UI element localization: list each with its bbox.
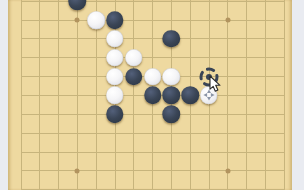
intersection-c4-r13[interactable] [68,180,87,190]
intersection-c5-r10[interactable] [87,124,106,143]
intersection-c9-r5[interactable] [162,30,181,49]
intersection-c1-r5[interactable] [12,30,31,49]
intersection-c5-r9[interactable] [87,105,106,124]
intersection-c13-r4[interactable] [237,11,256,30]
intersection-c13-r6[interactable] [237,48,256,67]
intersection-c12-r4[interactable] [218,11,237,30]
intersection-c8-r3[interactable] [143,0,162,11]
intersection-c8-r4[interactable] [143,11,162,30]
intersection-c10-r8[interactable] [181,86,200,105]
intersection-c13-r8[interactable] [237,86,256,105]
intersection-c1-r12[interactable] [12,161,31,180]
intersection-c3-r10[interactable] [49,124,68,143]
intersection-c4-r9[interactable] [68,105,87,124]
intersection-c11-r10[interactable] [200,124,219,143]
intersection-c13-r13[interactable] [237,180,256,190]
black-stone [163,87,181,105]
intersection-c6-r4[interactable] [106,11,125,30]
black-stone [163,30,181,48]
intersection-c2-r8[interactable] [30,86,49,105]
intersection-c7-r11[interactable] [124,143,143,162]
intersection-c10-r11[interactable] [181,143,200,162]
intersection-c9-r9[interactable] [162,105,181,124]
intersection-c13-r3[interactable] [237,0,256,11]
intersection-c9-r13[interactable] [162,180,181,190]
intersection-c15-r11[interactable] [275,143,294,162]
intersection-c4-r6[interactable] [68,48,87,67]
intersection-c1-r4[interactable] [12,11,31,30]
intersection-c2-r3[interactable] [30,0,49,11]
intersection-c4-r4[interactable] [68,11,87,30]
intersection-c2-r12[interactable] [30,161,49,180]
intersection-c7-r9[interactable] [124,105,143,124]
intersection-c3-r9[interactable] [49,105,68,124]
intersection-c15-r5[interactable] [275,30,294,49]
mouse-cursor-icon [209,75,223,93]
intersection-c15-r4[interactable] [275,11,294,30]
intersection-c9-r7[interactable] [162,67,181,86]
intersection-c2-r10[interactable] [30,124,49,143]
white-stone [106,30,124,48]
black-stone [106,11,124,29]
intersection-c7-r6[interactable] [124,48,143,67]
intersection-c14-r4[interactable] [256,11,275,30]
intersection-c1-r3[interactable] [12,0,31,11]
stones-layer [12,0,294,190]
intersection-c8-r10[interactable] [143,124,162,143]
white-stone [87,11,105,29]
intersection-c2-r11[interactable] [30,143,49,162]
intersection-c7-r7[interactable] [124,67,143,86]
intersection-c7-r10[interactable] [124,124,143,143]
intersection-c9-r6[interactable] [162,48,181,67]
intersection-c11-r5[interactable] [200,30,219,49]
intersection-c9-r11[interactable] [162,143,181,162]
white-stone [106,87,124,105]
intersection-c15-r7[interactable] [275,67,294,86]
black-stone [181,87,199,105]
intersection-c11-r13[interactable] [200,180,219,190]
intersection-c13-r9[interactable] [237,105,256,124]
intersection-c4-r10[interactable] [68,124,87,143]
intersection-c12-r13[interactable] [218,180,237,190]
intersection-c3-r5[interactable] [49,30,68,49]
intersection-c14-r8[interactable] [256,86,275,105]
intersection-c9-r4[interactable] [162,11,181,30]
intersection-c14-r7[interactable] [256,67,275,86]
intersection-c6-r7[interactable] [106,67,125,86]
intersection-c7-r3[interactable] [124,0,143,11]
intersection-c7-r13[interactable] [124,180,143,190]
intersection-c14-r5[interactable] [256,30,275,49]
intersection-c6-r6[interactable] [106,48,125,67]
intersection-c3-r4[interactable] [49,11,68,30]
intersection-c7-r12[interactable] [124,161,143,180]
intersection-c10-r10[interactable] [181,124,200,143]
intersection-c12-r10[interactable] [218,124,237,143]
intersection-c10-r13[interactable] [181,180,200,190]
intersection-c1-r8[interactable] [12,86,31,105]
intersection-c5-r3[interactable] [87,0,106,11]
intersection-c12-r3[interactable] [218,0,237,11]
intersection-c8-r11[interactable] [143,143,162,162]
intersection-c15-r12[interactable] [275,161,294,180]
intersection-c14-r6[interactable] [256,48,275,67]
intersection-c11-r9[interactable] [200,105,219,124]
black-stone [106,106,124,124]
intersection-c2-r7[interactable] [30,67,49,86]
white-stone [125,49,143,67]
intersection-c13-r10[interactable] [237,124,256,143]
intersection-c3-r6[interactable] [49,48,68,67]
intersection-c3-r8[interactable] [49,86,68,105]
intersection-c1-r10[interactable] [12,124,31,143]
intersection-c6-r12[interactable] [106,161,125,180]
intersection-c15-r8[interactable] [275,86,294,105]
intersection-c14-r13[interactable] [256,180,275,190]
intersection-c9-r8[interactable] [162,86,181,105]
intersection-c8-r12[interactable] [143,161,162,180]
intersection-c4-r8[interactable] [68,86,87,105]
intersection-c4-r7[interactable] [68,67,87,86]
intersection-c4-r12[interactable] [68,161,87,180]
intersection-c12-r5[interactable] [218,30,237,49]
intersection-c3-r11[interactable] [49,143,68,162]
intersection-c1-r13[interactable] [12,180,31,190]
white-stone [144,68,162,86]
intersection-c8-r9[interactable] [143,105,162,124]
intersection-c5-r5[interactable] [87,30,106,49]
gomoku-app [0,0,304,190]
intersection-c15-r10[interactable] [275,124,294,143]
intersection-c6-r9[interactable] [106,105,125,124]
white-stone [106,68,124,86]
intersection-c10-r4[interactable] [181,11,200,30]
intersection-c1-r11[interactable] [12,143,31,162]
intersection-c3-r3[interactable] [49,0,68,11]
intersection-c10-r9[interactable] [181,105,200,124]
intersection-c14-r12[interactable] [256,161,275,180]
intersection-c8-r6[interactable] [143,48,162,67]
black-stone [163,106,181,124]
intersection-c5-r12[interactable] [87,161,106,180]
intersection-c5-r11[interactable] [87,143,106,162]
intersection-c1-r6[interactable] [12,48,31,67]
black-stone [144,87,162,105]
intersection-c12-r6[interactable] [218,48,237,67]
intersection-c14-r11[interactable] [256,143,275,162]
intersection-c3-r7[interactable] [49,67,68,86]
intersection-c15-r3[interactable] [275,0,294,11]
intersection-c6-r3[interactable] [106,0,125,11]
intersection-c5-r6[interactable] [87,48,106,67]
intersection-c15-r13[interactable] [275,180,294,190]
intersection-c11-r3[interactable] [200,0,219,11]
intersection-c14-r9[interactable] [256,105,275,124]
intersection-c3-r13[interactable] [49,180,68,190]
intersection-c8-r13[interactable] [143,180,162,190]
intersection-c14-r3[interactable] [256,0,275,11]
intersection-c13-r5[interactable] [237,30,256,49]
intersection-c5-r7[interactable] [87,67,106,86]
intersection-c13-r12[interactable] [237,161,256,180]
intersection-c6-r8[interactable] [106,86,125,105]
intersection-c4-r11[interactable] [68,143,87,162]
intersection-c7-r4[interactable] [124,11,143,30]
intersection-c12-r11[interactable] [218,143,237,162]
intersection-c5-r8[interactable] [87,86,106,105]
intersection-c15-r9[interactable] [275,105,294,124]
intersection-c5-r4[interactable] [87,11,106,30]
intersection-c2-r4[interactable] [30,11,49,30]
black-stone [69,0,87,10]
intersection-c11-r4[interactable] [200,11,219,30]
intersection-c9-r10[interactable] [162,124,181,143]
intersection-c7-r8[interactable] [124,86,143,105]
intersection-c2-r13[interactable] [30,180,49,190]
intersection-c10-r5[interactable] [181,30,200,49]
intersection-c13-r11[interactable] [237,143,256,162]
white-stone [106,49,124,67]
intersection-c9-r3[interactable] [162,0,181,11]
intersection-c6-r5[interactable] [106,30,125,49]
intersection-c3-r12[interactable] [49,161,68,180]
intersection-c8-r8[interactable] [143,86,162,105]
intersection-c13-r7[interactable] [237,67,256,86]
intersection-c14-r10[interactable] [256,124,275,143]
intersection-c8-r5[interactable] [143,30,162,49]
white-stone [163,68,181,86]
intersection-c1-r9[interactable] [12,105,31,124]
intersection-c4-r5[interactable] [68,30,87,49]
intersection-c11-r11[interactable] [200,143,219,162]
intersection-c8-r7[interactable] [143,67,162,86]
intersection-c12-r12[interactable] [218,161,237,180]
intersection-c2-r6[interactable] [30,48,49,67]
intersection-c2-r5[interactable] [30,30,49,49]
intersection-c12-r9[interactable] [218,105,237,124]
intersection-c6-r11[interactable] [106,143,125,162]
black-stone [125,68,143,86]
intersection-c1-r7[interactable] [12,67,31,86]
intersection-c7-r5[interactable] [124,30,143,49]
intersection-c9-r12[interactable] [162,161,181,180]
intersection-c5-r13[interactable] [87,180,106,190]
intersection-c15-r6[interactable] [275,48,294,67]
intersection-c4-r3[interactable] [68,0,87,11]
intersection-c10-r12[interactable] [181,161,200,180]
intersection-c2-r9[interactable] [30,105,49,124]
intersection-c10-r3[interactable] [181,0,200,11]
intersection-c6-r10[interactable] [106,124,125,143]
intersection-c11-r12[interactable] [200,161,219,180]
intersection-c6-r13[interactable] [106,180,125,190]
